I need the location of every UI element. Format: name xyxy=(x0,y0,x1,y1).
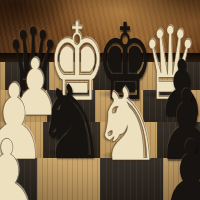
chess-board[interactable]: ♛♚♚♛♟♟♞♞♟♟♟♟ xyxy=(0,0,200,200)
chess-scene: ♛♚♚♛♟♟♞♞♟♟♟♟ xyxy=(0,0,200,200)
piece-black-pawn-e2[interactable]: ♟ xyxy=(159,127,200,200)
piece-white-pawn-b2[interactable]: ♟ xyxy=(0,125,41,200)
piece-white-knight[interactable]: ♞ xyxy=(92,75,163,176)
